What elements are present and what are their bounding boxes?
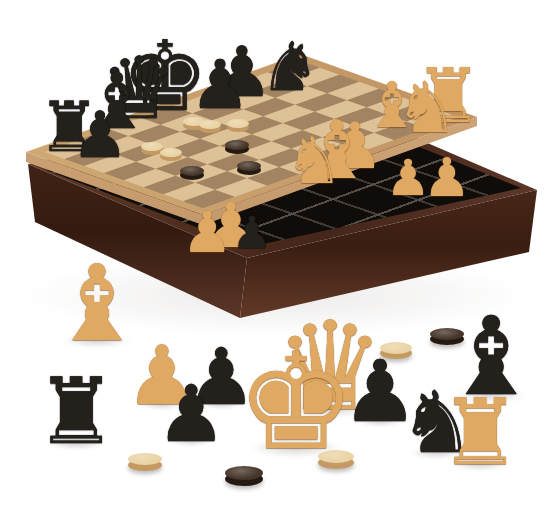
light-checker-disc: [380, 342, 412, 354]
black-pawn-piece: ♟: [152, 375, 230, 453]
white-king-piece: ♚: [229, 335, 362, 468]
black-bishop-shadow: [455, 387, 527, 402]
light-checker-disc: [318, 450, 354, 463]
black-knight-piece: ♞: [394, 380, 479, 465]
black-pawn-piece: ♟: [182, 338, 260, 416]
white-king-shadow: [250, 438, 341, 457]
black-pawn-shadow: [170, 438, 212, 447]
light-checker-disc: [128, 453, 162, 465]
black-rook-piece: ♜: [30, 366, 122, 458]
white-bishop-shadow: [62, 334, 132, 349]
black-pawn-shadow: [357, 417, 403, 427]
white-rook-piece: ♜: [434, 387, 526, 479]
chess-set-product-photo: ♜♟♝♛♚♟♟♞♞♝♟♝♞♜♟♟♟♟♟♝♜♟♟♟♚♛♟♞♜♝: [0, 0, 550, 514]
white-rook-shadow: [452, 459, 507, 471]
black-pawn-piece: ♟: [337, 349, 422, 434]
black-rook-shadow: [48, 438, 103, 450]
black-pawn-shadow: [200, 401, 242, 410]
white-queen-shadow: [289, 400, 371, 417]
white-pawn-shadow: [140, 400, 184, 409]
black-knight-shadow: [409, 447, 464, 459]
dark-checker-disc: [225, 466, 263, 480]
white-pawn-piece: ♟: [121, 335, 203, 417]
